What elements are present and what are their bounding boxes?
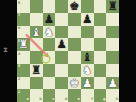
rank-label-2: 2 xyxy=(18,77,21,81)
rank-label-7: 7 xyxy=(18,13,21,17)
square-h8[interactable]: ♜ xyxy=(106,0,119,13)
square-b5[interactable] xyxy=(30,38,43,51)
hourglass-icon: ⧗ xyxy=(3,46,8,54)
square-h1[interactable]: h xyxy=(106,89,119,102)
square-h6[interactable] xyxy=(106,26,119,39)
rank-label-1: 1 xyxy=(18,90,21,94)
chess-app-window: ⧗ 8♚♜7♟♟6♝♞5♜♟4♝3♜♞2♚♟♟1abcdefgh xyxy=(0,0,136,102)
square-c3[interactable] xyxy=(43,64,56,77)
white-pawn-h2[interactable]: ♟ xyxy=(106,77,119,90)
square-a2[interactable]: 2 xyxy=(17,77,30,90)
black-pawn-f7[interactable]: ♟ xyxy=(81,13,94,26)
chess-board[interactable]: 8♚♜7♟♟6♝♞5♜♟4♝3♜♞2♚♟♟1abcdefgh xyxy=(17,0,119,102)
square-d4[interactable] xyxy=(55,51,68,64)
square-f6[interactable] xyxy=(81,26,94,39)
file-label-a: a xyxy=(27,97,29,101)
square-g5[interactable] xyxy=(94,38,107,51)
square-e5[interactable] xyxy=(68,38,81,51)
white-knight-f3[interactable]: ♞ xyxy=(81,64,94,77)
white-pawn-f2[interactable]: ♟ xyxy=(81,77,94,90)
square-b6[interactable]: ♝ xyxy=(30,26,43,39)
square-e8[interactable]: ♚ xyxy=(68,0,81,13)
square-e3[interactable] xyxy=(68,64,81,77)
square-h7[interactable] xyxy=(106,13,119,26)
black-bishop-f4[interactable]: ♝ xyxy=(81,51,94,64)
square-g1[interactable]: g xyxy=(94,89,107,102)
file-label-c: c xyxy=(52,97,54,101)
square-g2[interactable] xyxy=(94,77,107,90)
file-label-g: g xyxy=(103,97,106,101)
square-c7[interactable]: ♟ xyxy=(43,13,56,26)
square-e1[interactable]: e xyxy=(68,89,81,102)
square-e6[interactable] xyxy=(68,26,81,39)
square-c1[interactable]: c xyxy=(43,89,56,102)
square-g7[interactable] xyxy=(94,13,107,26)
square-h4[interactable] xyxy=(106,51,119,64)
square-f4[interactable]: ♝ xyxy=(81,51,94,64)
file-label-b: b xyxy=(39,97,42,101)
square-h5[interactable] xyxy=(106,38,119,51)
square-e7[interactable] xyxy=(68,13,81,26)
white-bishop-b6[interactable]: ♝ xyxy=(30,26,43,39)
square-a4[interactable]: 4 xyxy=(17,51,30,64)
white-knight-c6[interactable]: ♞ xyxy=(43,26,56,39)
square-a7[interactable]: 7 xyxy=(17,13,30,26)
square-c8[interactable] xyxy=(43,0,56,13)
square-d8[interactable] xyxy=(55,0,68,13)
rank-label-4: 4 xyxy=(18,52,21,56)
file-label-d: d xyxy=(65,97,68,101)
white-rook-a5[interactable]: ♜ xyxy=(17,38,30,51)
square-a8[interactable]: 8 xyxy=(17,0,30,13)
square-d3[interactable] xyxy=(55,64,68,77)
square-a5[interactable]: 5♜ xyxy=(17,38,30,51)
square-f8[interactable] xyxy=(81,0,94,13)
square-d7[interactable] xyxy=(55,13,68,26)
rank-label-6: 6 xyxy=(18,26,21,30)
square-g8[interactable] xyxy=(94,0,107,13)
square-h3[interactable] xyxy=(106,64,119,77)
square-c4[interactable] xyxy=(43,51,56,64)
rank-label-3: 3 xyxy=(18,64,21,68)
square-g6[interactable] xyxy=(94,26,107,39)
square-c6[interactable]: ♞ xyxy=(43,26,56,39)
square-d1[interactable]: d xyxy=(55,89,68,102)
square-g3[interactable] xyxy=(94,64,107,77)
square-d5[interactable]: ♟ xyxy=(55,38,68,51)
right-letterbox-bar xyxy=(119,0,136,102)
file-label-e: e xyxy=(78,97,80,101)
square-f7[interactable]: ♟ xyxy=(81,13,94,26)
black-pawn-c7[interactable]: ♟ xyxy=(43,13,56,26)
square-a3[interactable]: 3 xyxy=(17,64,30,77)
square-d2[interactable] xyxy=(55,77,68,90)
square-a1[interactable]: 1a xyxy=(17,89,30,102)
square-h2[interactable]: ♟ xyxy=(106,77,119,90)
square-b4[interactable] xyxy=(30,51,43,64)
file-label-h: h xyxy=(116,97,119,101)
square-e4[interactable] xyxy=(68,51,81,64)
square-b3[interactable]: ♜ xyxy=(30,64,43,77)
black-pawn-d5[interactable]: ♟ xyxy=(55,38,68,51)
square-b1[interactable]: b xyxy=(30,89,43,102)
black-king-e8[interactable]: ♚ xyxy=(68,0,81,13)
left-letterbox-bar: ⧗ xyxy=(0,0,17,102)
square-g4[interactable] xyxy=(94,51,107,64)
rank-label-8: 8 xyxy=(18,1,21,5)
square-e2[interactable]: ♚ xyxy=(68,77,81,90)
square-c5[interactable] xyxy=(43,38,56,51)
black-rook-b3[interactable]: ♜ xyxy=(30,64,43,77)
square-f3[interactable]: ♞ xyxy=(81,64,94,77)
square-b7[interactable] xyxy=(30,13,43,26)
square-f2[interactable]: ♟ xyxy=(81,77,94,90)
square-c2[interactable] xyxy=(43,77,56,90)
square-b8[interactable] xyxy=(30,0,43,13)
white-king-e2[interactable]: ♚ xyxy=(68,77,81,90)
square-f1[interactable]: f xyxy=(81,89,94,102)
square-b2[interactable] xyxy=(30,77,43,90)
file-label-f: f xyxy=(91,97,93,101)
black-rook-h8[interactable]: ♜ xyxy=(106,0,119,13)
